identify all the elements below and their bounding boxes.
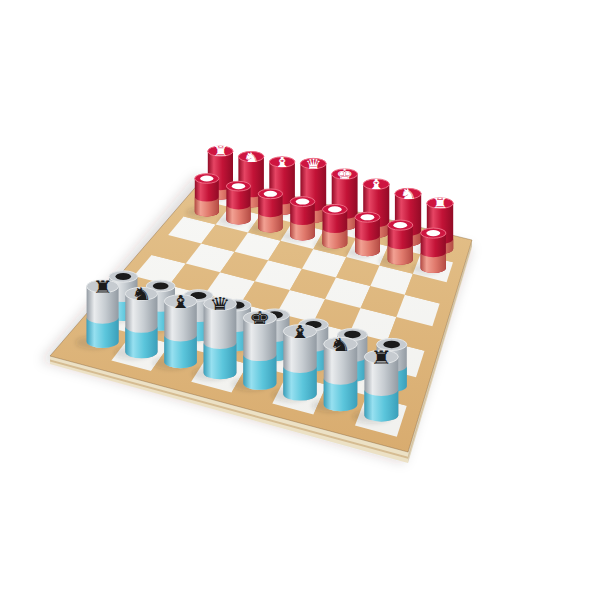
rook-icon: ♜	[212, 143, 228, 159]
bishop-icon: ♝	[170, 291, 191, 311]
pawn-icon	[232, 183, 245, 189]
pawn-icon	[426, 230, 440, 236]
piece-grey-rook-h1[interactable]: ♜	[364, 347, 398, 422]
king-icon: ♚	[249, 307, 271, 328]
bishop-icon: ♝	[289, 321, 311, 342]
pawn-icon	[264, 191, 277, 197]
pawn-icon	[393, 222, 407, 228]
pawn-icon	[153, 282, 169, 289]
rook-icon: ♜	[370, 347, 392, 368]
piece-grey-rook-a1[interactable]: ♜	[87, 277, 119, 348]
piece-red-pawn-f7[interactable]	[355, 212, 380, 256]
bishop-icon: ♝	[274, 154, 291, 170]
piece-grey-knight-g1[interactable]: ♞	[324, 334, 358, 412]
queen-icon: ♛	[305, 156, 322, 172]
chess-board-scene: ♜♞♝♛♚♝♞♜♜♞♝♛♚♝♞♜	[0, 0, 600, 600]
piece-grey-knight-b1[interactable]: ♞	[125, 284, 157, 358]
knight-icon: ♞	[131, 284, 152, 304]
pawn-icon	[115, 273, 131, 280]
piece-red-pawn-g7[interactable]	[388, 220, 413, 265]
piece-grey-bishop-c1[interactable]: ♝	[164, 291, 197, 368]
chess-set-photo: ♜♞♝♛♚♝♞♜♜♞♝♛♚♝♞♜	[0, 0, 600, 600]
pawn-icon	[361, 214, 375, 220]
queen-icon: ♛	[209, 293, 230, 314]
piece-red-pawn-h7[interactable]	[421, 228, 446, 273]
piece-grey-king-e1[interactable]: ♚	[243, 307, 276, 389]
piece-red-pawn-c7[interactable]	[258, 189, 282, 232]
bishop-icon: ♝	[368, 176, 385, 193]
piece-red-pawn-e7[interactable]	[323, 204, 348, 248]
piece-red-pawn-d7[interactable]	[290, 197, 315, 241]
pawn-icon	[200, 176, 213, 182]
king-icon: ♚	[336, 166, 353, 182]
pawn-icon	[296, 199, 310, 205]
piece-red-pawn-b7[interactable]	[226, 181, 250, 224]
pawn-icon	[328, 206, 342, 212]
piece-red-pawn-a7[interactable]	[195, 174, 219, 217]
knight-icon: ♞	[330, 334, 352, 355]
rook-icon: ♜	[431, 195, 448, 212]
piece-grey-queen-d1[interactable]: ♛	[204, 293, 237, 379]
piece-grey-bishop-f1[interactable]: ♝	[283, 321, 316, 401]
knight-icon: ♞	[243, 149, 259, 165]
rook-icon: ♜	[92, 277, 113, 297]
knight-icon: ♞	[399, 185, 416, 202]
